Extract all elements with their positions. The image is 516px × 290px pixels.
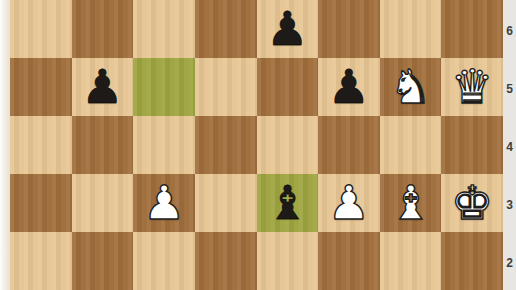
square-g5[interactable]: ♞ [380,58,442,116]
square-a3[interactable] [10,174,72,232]
piece-black-pawn[interactable]: ♟ [328,58,370,116]
square-f2[interactable] [318,232,380,290]
piece-white-pawn[interactable]: ♟ [328,174,370,232]
square-e6[interactable]: ♟ [257,0,319,58]
square-a2[interactable] [10,232,72,290]
square-d4[interactable] [195,116,257,174]
rank-label-3: 3 [506,198,513,212]
square-c4[interactable] [133,116,195,174]
square-g2[interactable] [380,232,442,290]
square-h6[interactable] [441,0,503,58]
rank-label-2: 2 [506,256,513,270]
rank-label-5: 5 [506,82,513,96]
piece-white-bishop[interactable]: ♝ [389,174,431,232]
square-c6[interactable] [133,0,195,58]
piece-white-knight[interactable]: ♞ [389,58,431,116]
square-c3[interactable]: ♟ [133,174,195,232]
square-f5[interactable]: ♟ [318,58,380,116]
square-b5[interactable]: ♟ [72,58,134,116]
square-d5[interactable] [195,58,257,116]
square-c2[interactable] [133,232,195,290]
board-left-margin [0,0,10,290]
square-e3[interactable]: ♝ [257,174,319,232]
piece-white-pawn[interactable]: ♟ [143,174,185,232]
piece-black-pawn[interactable]: ♟ [81,58,123,116]
square-g6[interactable] [380,0,442,58]
rank-label-4: 4 [506,140,513,154]
square-g4[interactable] [380,116,442,174]
square-e4[interactable] [257,116,319,174]
rank-label-6: 6 [506,24,513,38]
chess-app-screenshot: ♟♟♟♞♛♟♝♟♝♚ 6 5 4 3 2 [0,0,516,290]
square-b6[interactable] [72,0,134,58]
square-d6[interactable] [195,0,257,58]
square-h4[interactable] [441,116,503,174]
square-b4[interactable] [72,116,134,174]
square-a5[interactable] [10,58,72,116]
square-b3[interactable] [72,174,134,232]
square-f3[interactable]: ♟ [318,174,380,232]
square-h2[interactable] [441,232,503,290]
square-d3[interactable] [195,174,257,232]
square-f4[interactable] [318,116,380,174]
square-f6[interactable] [318,0,380,58]
piece-black-pawn[interactable]: ♟ [266,0,308,58]
piece-black-bishop[interactable]: ♝ [266,174,308,232]
chess-board: ♟♟♟♞♛♟♝♟♝♚ [10,0,503,290]
square-g3[interactable]: ♝ [380,174,442,232]
square-e2[interactable] [257,232,319,290]
square-h3[interactable]: ♚ [441,174,503,232]
piece-white-king[interactable]: ♚ [451,174,493,232]
rank-coordinate-strip: 6 5 4 3 2 [503,0,516,290]
piece-white-queen[interactable]: ♛ [451,58,493,116]
square-h5[interactable]: ♛ [441,58,503,116]
square-e5[interactable] [257,58,319,116]
square-d2[interactable] [195,232,257,290]
square-b2[interactable] [72,232,134,290]
square-a6[interactable] [10,0,72,58]
square-a4[interactable] [10,116,72,174]
square-c5[interactable] [133,58,195,116]
